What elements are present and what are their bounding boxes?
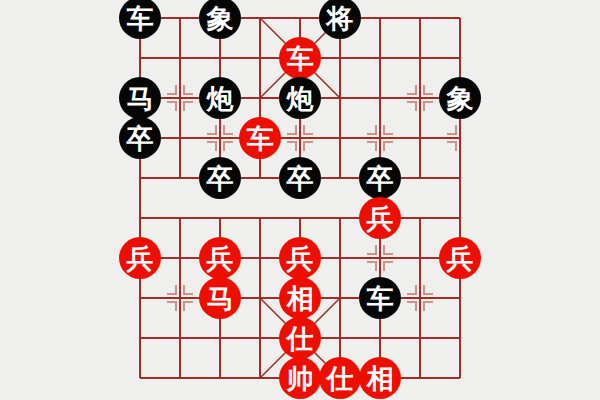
- piece-black-general[interactable]: 将: [319, 0, 361, 39]
- piece-red-soldier[interactable]: 兵: [359, 197, 401, 239]
- piece-black-soldier[interactable]: 卒: [359, 157, 401, 199]
- piece-black-horse[interactable]: 马: [119, 77, 161, 119]
- piece-red-chariot[interactable]: 车: [239, 117, 281, 159]
- piece-red-horse[interactable]: 马: [199, 277, 241, 319]
- piece-red-soldier[interactable]: 兵: [199, 237, 241, 279]
- piece-black-soldier[interactable]: 卒: [199, 157, 241, 199]
- piece-red-advisor[interactable]: 仕: [279, 317, 321, 359]
- piece-red-soldier[interactable]: 兵: [439, 237, 481, 279]
- piece-black-elephant[interactable]: 象: [439, 77, 481, 119]
- piece-red-elephant[interactable]: 相: [359, 357, 401, 399]
- piece-red-general[interactable]: 帅: [279, 357, 321, 399]
- piece-black-soldier[interactable]: 卒: [279, 157, 321, 199]
- piece-black-chariot[interactable]: 车: [359, 277, 401, 319]
- piece-black-cannon[interactable]: 炮: [279, 77, 321, 119]
- piece-black-elephant[interactable]: 象: [199, 0, 241, 39]
- piece-black-cannon[interactable]: 炮: [199, 77, 241, 119]
- piece-black-chariot[interactable]: 车: [119, 0, 161, 39]
- piece-red-elephant[interactable]: 相: [279, 277, 321, 319]
- piece-red-chariot[interactable]: 车: [279, 37, 321, 79]
- piece-red-advisor[interactable]: 仕: [319, 357, 361, 399]
- piece-red-soldier[interactable]: 兵: [279, 237, 321, 279]
- xiangqi-board: 车象将车马炮炮象卒车卒卒卒兵兵兵兵兵马相车仕帅仕相: [0, 0, 600, 400]
- board-pieces-grid: 车象将车马炮炮象卒车卒卒卒兵兵兵兵兵马相车仕帅仕相: [120, 0, 480, 398]
- piece-black-soldier[interactable]: 卒: [119, 117, 161, 159]
- piece-red-soldier[interactable]: 兵: [119, 237, 161, 279]
